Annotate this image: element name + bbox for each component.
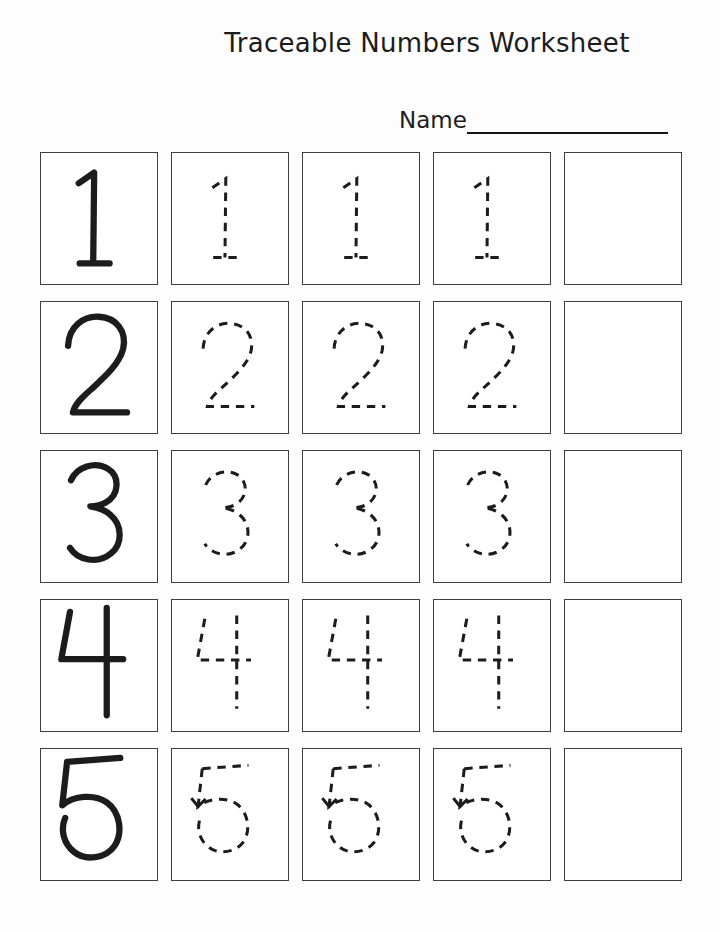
digit-4-trace [434, 600, 550, 731]
digit-3-trace [434, 451, 550, 582]
cell-r3c2[interactable] [171, 450, 289, 583]
practice-box-4[interactable] [564, 599, 682, 732]
digit-5-solid [41, 749, 157, 880]
cell-r2c2[interactable] [171, 301, 289, 434]
name-fill-line[interactable] [467, 108, 668, 134]
digit-5-trace [303, 749, 419, 880]
cell-r3c3[interactable] [302, 450, 420, 583]
digit-3-solid [41, 451, 157, 582]
page-title: Traceable Numbers Worksheet [0, 28, 720, 58]
digit-4-trace [172, 600, 288, 731]
cell-r2c4[interactable] [433, 301, 551, 434]
digit-2-trace [172, 302, 288, 433]
practice-box-3[interactable] [564, 450, 682, 583]
cell-r4c1 [40, 599, 158, 732]
name-row: Name [399, 104, 668, 134]
practice-box-5[interactable] [564, 748, 682, 881]
digit-5-trace [434, 749, 550, 880]
digit-4-trace [303, 600, 419, 731]
digit-2-solid [41, 302, 157, 433]
digit-1-trace [303, 153, 419, 284]
cell-r4c4[interactable] [433, 599, 551, 732]
cell-r4c3[interactable] [302, 599, 420, 732]
cell-r3c4[interactable] [433, 450, 551, 583]
name-label: Name [399, 106, 467, 134]
digit-2-trace [303, 302, 419, 433]
cell-r1c2[interactable] [171, 152, 289, 285]
worksheet-page: Traceable Numbers Worksheet Name [0, 0, 720, 932]
digit-1-trace [172, 153, 288, 284]
cell-r1c1 [40, 152, 158, 285]
cell-r5c3[interactable] [302, 748, 420, 881]
cell-r2c1 [40, 301, 158, 434]
cell-r5c1 [40, 748, 158, 881]
worksheet-grid [40, 152, 682, 881]
cell-r4c2[interactable] [171, 599, 289, 732]
digit-4-solid [41, 600, 157, 731]
digit-3-trace [172, 451, 288, 582]
cell-r1c4[interactable] [433, 152, 551, 285]
cell-r5c4[interactable] [433, 748, 551, 881]
cell-r2c3[interactable] [302, 301, 420, 434]
digit-1-trace [434, 153, 550, 284]
digit-1-solid [41, 153, 157, 284]
cell-r5c2[interactable] [171, 748, 289, 881]
practice-box-2[interactable] [564, 301, 682, 434]
digit-3-trace [303, 451, 419, 582]
digit-2-trace [434, 302, 550, 433]
cell-r1c3[interactable] [302, 152, 420, 285]
digit-5-trace [172, 749, 288, 880]
cell-r3c1 [40, 450, 158, 583]
practice-box-1[interactable] [564, 152, 682, 285]
